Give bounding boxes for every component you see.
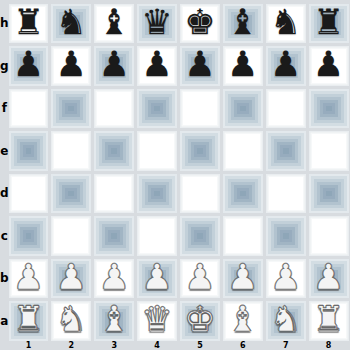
square-d7[interactable]: [266, 174, 306, 214]
board-cell: ♟: [93, 257, 136, 300]
board-cell: [136, 215, 179, 258]
square-e4[interactable]: [137, 131, 177, 171]
file-label-1: 1: [7, 341, 50, 350]
board-cell: ♚: [179, 300, 222, 343]
board-cell: ♞: [50, 2, 93, 45]
board-cell: [221, 130, 264, 173]
square-a1[interactable]: ♜: [9, 301, 49, 341]
square-g5[interactable]: ♟: [180, 46, 220, 86]
piece-white-bishop[interactable]: ♝: [98, 302, 129, 337]
square-a5[interactable]: ♚: [180, 301, 220, 341]
piece-black-queen[interactable]: ♛: [141, 5, 172, 40]
square-a7[interactable]: ♞: [266, 301, 306, 341]
board-cell: ♟: [221, 257, 264, 300]
piece-white-king[interactable]: ♚: [184, 302, 215, 337]
square-h2[interactable]: ♞: [51, 4, 91, 44]
square-d5[interactable]: [180, 174, 220, 214]
piece-white-queen[interactable]: ♛: [141, 302, 172, 337]
chess-board: hgfedcba ♜♞♝♛♚♝♞♜♟♟♟♟♟♟♟♟♟♟♟♟♟♟♟♟♜♞♝♛♚♝♞…: [0, 0, 350, 350]
piece-black-pawn[interactable]: ♟: [184, 47, 215, 82]
board-cell: ♟: [221, 45, 264, 88]
piece-black-pawn[interactable]: ♟: [313, 47, 344, 82]
board-cell: ♟: [264, 45, 307, 88]
square-b1[interactable]: ♟: [9, 259, 49, 299]
board-cell: ♜: [7, 300, 50, 343]
square-g7[interactable]: ♟: [266, 46, 306, 86]
board-cell: ♟: [7, 45, 50, 88]
square-b7[interactable]: ♟: [266, 259, 306, 299]
board-cell: [179, 87, 222, 130]
square-b2[interactable]: ♟: [51, 259, 91, 299]
square-d1[interactable]: [9, 174, 49, 214]
piece-white-knight[interactable]: ♞: [270, 302, 301, 337]
piece-white-pawn[interactable]: ♟: [270, 260, 301, 295]
square-d3[interactable]: [94, 174, 134, 214]
square-h7[interactable]: ♞: [266, 4, 306, 44]
square-c6[interactable]: [223, 216, 263, 256]
square-c7[interactable]: [266, 216, 306, 256]
board-cell: ♟: [136, 45, 179, 88]
square-e3[interactable]: [94, 131, 134, 171]
square-b3[interactable]: ♟: [94, 259, 134, 299]
piece-white-pawn[interactable]: ♟: [184, 260, 215, 295]
board-cell: ♚: [179, 2, 222, 45]
square-f8[interactable]: [309, 89, 349, 129]
board-cell: ♝: [93, 2, 136, 45]
file-labels: 12345678: [7, 341, 350, 350]
piece-black-knight[interactable]: ♞: [56, 5, 87, 40]
square-b4[interactable]: ♟: [137, 259, 177, 299]
board-cell: [50, 172, 93, 215]
square-c2[interactable]: [51, 216, 91, 256]
file-label-2: 2: [50, 341, 93, 350]
square-e7[interactable]: [266, 131, 306, 171]
square-g1[interactable]: ♟: [9, 46, 49, 86]
board-cell: ♝: [221, 2, 264, 45]
square-d2[interactable]: [51, 174, 91, 214]
board-cell: [7, 215, 50, 258]
square-h1[interactable]: ♜: [9, 4, 49, 44]
board-cell: ♟: [7, 257, 50, 300]
piece-white-pawn[interactable]: ♟: [227, 260, 258, 295]
board-cell: [264, 172, 307, 215]
square-d4[interactable]: [137, 174, 177, 214]
board-cell: ♟: [50, 45, 93, 88]
file-label-7: 7: [264, 341, 307, 350]
board-cell: [93, 87, 136, 130]
board-cell: ♜: [307, 2, 350, 45]
piece-white-pawn[interactable]: ♟: [13, 260, 44, 295]
piece-white-pawn[interactable]: ♟: [98, 260, 129, 295]
board-cell: [179, 130, 222, 173]
board-cell: ♟: [307, 257, 350, 300]
piece-white-pawn[interactable]: ♟: [313, 260, 344, 295]
board-cell: [307, 130, 350, 173]
piece-white-pawn[interactable]: ♟: [141, 260, 172, 295]
file-label-4: 4: [136, 341, 179, 350]
square-c8[interactable]: [309, 216, 349, 256]
board-cell: [221, 87, 264, 130]
board-cell: [264, 215, 307, 258]
square-b8[interactable]: ♟: [309, 259, 349, 299]
square-f3[interactable]: [94, 89, 134, 129]
piece-white-rook[interactable]: ♜: [13, 302, 44, 337]
square-b5[interactable]: ♟: [180, 259, 220, 299]
board-cell: ♜: [7, 2, 50, 45]
board-grid: ♜♞♝♛♚♝♞♜♟♟♟♟♟♟♟♟♟♟♟♟♟♟♟♟♜♞♝♛♚♝♞♜: [7, 2, 350, 342]
square-g2[interactable]: ♟: [51, 46, 91, 86]
board-cell: [50, 215, 93, 258]
piece-black-pawn[interactable]: ♟: [56, 47, 87, 82]
piece-white-pawn[interactable]: ♟: [56, 260, 87, 295]
board-cell: ♟: [179, 257, 222, 300]
square-d6[interactable]: [223, 174, 263, 214]
square-g6[interactable]: ♟: [223, 46, 263, 86]
board-cell: [179, 172, 222, 215]
board-cell: ♞: [264, 300, 307, 343]
board-cell: ♞: [264, 2, 307, 45]
board-cell: ♟: [50, 257, 93, 300]
square-f7[interactable]: [266, 89, 306, 129]
board-cell: ♟: [264, 257, 307, 300]
square-f6[interactable]: [223, 89, 263, 129]
square-c1[interactable]: [9, 216, 49, 256]
file-label-8: 8: [307, 341, 350, 350]
piece-black-bishop[interactable]: ♝: [227, 5, 258, 40]
piece-white-knight[interactable]: ♞: [56, 302, 87, 337]
board-cell: ♜: [307, 300, 350, 343]
square-a8[interactable]: ♜: [309, 301, 349, 341]
square-f1[interactable]: [9, 89, 49, 129]
board-cell: ♟: [93, 45, 136, 88]
board-cell: [50, 130, 93, 173]
file-label-3: 3: [93, 341, 136, 350]
piece-black-rook[interactable]: ♜: [13, 5, 44, 40]
piece-black-king[interactable]: ♚: [184, 5, 215, 40]
board-cell: [307, 87, 350, 130]
board-cell: ♟: [179, 45, 222, 88]
square-h3[interactable]: ♝: [94, 4, 134, 44]
square-a2[interactable]: ♞: [51, 301, 91, 341]
board-cell: [221, 215, 264, 258]
piece-black-rook[interactable]: ♜: [313, 5, 344, 40]
square-a6[interactable]: ♝: [223, 301, 263, 341]
board-cell: ♝: [93, 300, 136, 343]
square-d8[interactable]: [309, 174, 349, 214]
board-cell: ♛: [136, 300, 179, 343]
square-c4[interactable]: [137, 216, 177, 256]
board-cell: ♟: [307, 45, 350, 88]
square-h8[interactable]: ♜: [309, 4, 349, 44]
board-cell: [93, 172, 136, 215]
piece-white-rook[interactable]: ♜: [313, 302, 344, 337]
piece-black-knight[interactable]: ♞: [270, 5, 301, 40]
piece-black-pawn[interactable]: ♟: [270, 47, 301, 82]
square-a4[interactable]: ♛: [137, 301, 177, 341]
file-label-6: 6: [221, 341, 264, 350]
file-label-5: 5: [179, 341, 222, 350]
board-cell: [50, 87, 93, 130]
board-cell: [7, 130, 50, 173]
square-b6[interactable]: ♟: [223, 259, 263, 299]
square-e1[interactable]: [9, 131, 49, 171]
square-h4[interactable]: ♛: [137, 4, 177, 44]
board-cell: [221, 172, 264, 215]
square-g4[interactable]: ♟: [137, 46, 177, 86]
board-cell: ♛: [136, 2, 179, 45]
piece-black-pawn[interactable]: ♟: [98, 47, 129, 82]
board-cell: [7, 87, 50, 130]
square-h5[interactable]: ♚: [180, 4, 220, 44]
square-e2[interactable]: [51, 131, 91, 171]
square-c5[interactable]: [180, 216, 220, 256]
board-cell: [136, 172, 179, 215]
board-cell: [7, 172, 50, 215]
piece-black-pawn[interactable]: ♟: [141, 47, 172, 82]
board-cell: [264, 130, 307, 173]
board-cell: [307, 215, 350, 258]
square-f5[interactable]: [180, 89, 220, 129]
square-g3[interactable]: ♟: [94, 46, 134, 86]
board-cell: ♝: [221, 300, 264, 343]
piece-black-bishop[interactable]: ♝: [98, 5, 129, 40]
piece-white-bishop[interactable]: ♝: [227, 302, 258, 337]
square-e5[interactable]: [180, 131, 220, 171]
square-e6[interactable]: [223, 131, 263, 171]
square-f4[interactable]: [137, 89, 177, 129]
square-f2[interactable]: [51, 89, 91, 129]
board-cell: [93, 215, 136, 258]
board-cell: [136, 130, 179, 173]
square-e8[interactable]: [309, 131, 349, 171]
board-cell: [179, 215, 222, 258]
piece-black-pawn[interactable]: ♟: [227, 47, 258, 82]
board-cell: [264, 87, 307, 130]
board-cell: ♟: [136, 257, 179, 300]
square-a3[interactable]: ♝: [94, 301, 134, 341]
board-cell: ♞: [50, 300, 93, 343]
board-cell: [307, 172, 350, 215]
piece-black-pawn[interactable]: ♟: [13, 47, 44, 82]
square-c3[interactable]: [94, 216, 134, 256]
board-cell: [136, 87, 179, 130]
square-h6[interactable]: ♝: [223, 4, 263, 44]
board-cell: [93, 130, 136, 173]
square-g8[interactable]: ♟: [309, 46, 349, 86]
